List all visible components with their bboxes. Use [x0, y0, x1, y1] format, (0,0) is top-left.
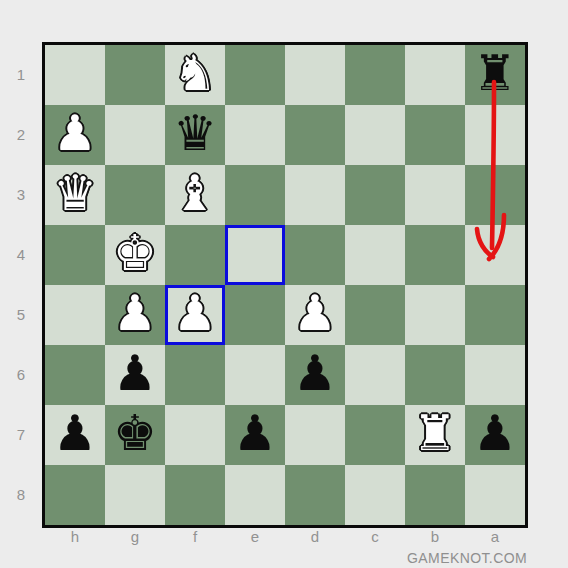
square-e6[interactable] — [225, 345, 285, 405]
file-label-a: a — [465, 528, 525, 546]
black-king: ♚ — [105, 405, 165, 465]
square-b2[interactable] — [405, 105, 465, 165]
square-e5[interactable] — [225, 285, 285, 345]
square-d6[interactable]: ♟ — [285, 345, 345, 405]
square-g5[interactable]: ♟ — [105, 285, 165, 345]
square-f1[interactable]: ♞ — [165, 45, 225, 105]
file-label-e: e — [225, 528, 285, 546]
rank-label-8: 8 — [8, 465, 34, 525]
square-f4[interactable] — [165, 225, 225, 285]
black-rook: ♜ — [465, 45, 525, 105]
square-b7[interactable]: ♜ — [405, 405, 465, 465]
rank-label-1: 1 — [8, 45, 34, 105]
square-e1[interactable] — [225, 45, 285, 105]
square-f5[interactable]: ♟ — [165, 285, 225, 345]
square-b3[interactable] — [405, 165, 465, 225]
file-label-f: f — [165, 528, 225, 546]
square-b4[interactable] — [405, 225, 465, 285]
file-label-d: d — [285, 528, 345, 546]
file-label-h: h — [45, 528, 105, 546]
square-c3[interactable] — [345, 165, 405, 225]
square-a7[interactable]: ♟ — [465, 405, 525, 465]
black-pawn: ♟ — [225, 405, 285, 465]
square-a4[interactable] — [465, 225, 525, 285]
rank-label-2: 2 — [8, 105, 34, 165]
square-e4[interactable] — [225, 225, 285, 285]
square-a1[interactable]: ♜ — [465, 45, 525, 105]
square-e7[interactable]: ♟ — [225, 405, 285, 465]
square-h8[interactable] — [45, 465, 105, 525]
board-grid: ♞♜♟♛♛♝♚♟♟♟♟♟♟♚♟♜♟ — [45, 45, 525, 525]
square-g8[interactable] — [105, 465, 165, 525]
square-f2[interactable]: ♛ — [165, 105, 225, 165]
rank-label-7: 7 — [8, 405, 34, 465]
square-d7[interactable] — [285, 405, 345, 465]
square-d5[interactable]: ♟ — [285, 285, 345, 345]
white-knight: ♞ — [165, 45, 225, 105]
square-d8[interactable] — [285, 465, 345, 525]
square-h1[interactable] — [45, 45, 105, 105]
square-g7[interactable]: ♚ — [105, 405, 165, 465]
square-c5[interactable] — [345, 285, 405, 345]
rank-label-3: 3 — [8, 165, 34, 225]
square-a5[interactable] — [465, 285, 525, 345]
black-pawn: ♟ — [285, 345, 345, 405]
rank-label-4: 4 — [8, 225, 34, 285]
white-pawn: ♟ — [285, 285, 345, 345]
square-g6[interactable]: ♟ — [105, 345, 165, 405]
white-pawn: ♟ — [45, 105, 105, 165]
square-f6[interactable] — [165, 345, 225, 405]
chess-board: ♞♜♟♛♛♝♚♟♟♟♟♟♟♚♟♜♟ — [42, 42, 528, 528]
white-bishop: ♝ — [165, 165, 225, 225]
rank-label-5: 5 — [8, 285, 34, 345]
black-pawn: ♟ — [45, 405, 105, 465]
square-a8[interactable] — [465, 465, 525, 525]
square-b5[interactable] — [405, 285, 465, 345]
white-queen: ♛ — [45, 165, 105, 225]
square-b1[interactable] — [405, 45, 465, 105]
square-g3[interactable] — [105, 165, 165, 225]
square-d2[interactable] — [285, 105, 345, 165]
square-e2[interactable] — [225, 105, 285, 165]
square-h4[interactable] — [45, 225, 105, 285]
white-pawn: ♟ — [105, 285, 165, 345]
black-pawn: ♟ — [465, 405, 525, 465]
square-e3[interactable] — [225, 165, 285, 225]
square-d3[interactable] — [285, 165, 345, 225]
square-c4[interactable] — [345, 225, 405, 285]
file-label-c: c — [345, 528, 405, 546]
square-f3[interactable]: ♝ — [165, 165, 225, 225]
square-g1[interactable] — [105, 45, 165, 105]
square-c1[interactable] — [345, 45, 405, 105]
square-h5[interactable] — [45, 285, 105, 345]
black-queen: ♛ — [165, 105, 225, 165]
square-h2[interactable]: ♟ — [45, 105, 105, 165]
black-pawn: ♟ — [105, 345, 165, 405]
square-g4[interactable]: ♚ — [105, 225, 165, 285]
square-c6[interactable] — [345, 345, 405, 405]
file-label-g: g — [105, 528, 165, 546]
square-g2[interactable] — [105, 105, 165, 165]
file-label-b: b — [405, 528, 465, 546]
square-e8[interactable] — [225, 465, 285, 525]
square-c2[interactable] — [345, 105, 405, 165]
square-a2[interactable] — [465, 105, 525, 165]
chess-app-page: ♞♜♟♛♛♝♚♟♟♟♟♟♟♚♟♜♟ 12345678 hgfedcba GAME… — [0, 0, 568, 568]
rank-label-6: 6 — [8, 345, 34, 405]
square-h3[interactable]: ♛ — [45, 165, 105, 225]
square-a3[interactable] — [465, 165, 525, 225]
square-b8[interactable] — [405, 465, 465, 525]
site-credit-text: GAMEKNOT.COM — [407, 550, 527, 566]
square-h7[interactable]: ♟ — [45, 405, 105, 465]
square-d1[interactable] — [285, 45, 345, 105]
square-f8[interactable] — [165, 465, 225, 525]
square-f7[interactable] — [165, 405, 225, 465]
square-c7[interactable] — [345, 405, 405, 465]
square-a6[interactable] — [465, 345, 525, 405]
white-rook: ♜ — [405, 405, 465, 465]
white-king: ♚ — [105, 225, 165, 285]
white-pawn: ♟ — [165, 285, 225, 345]
square-h6[interactable] — [45, 345, 105, 405]
square-b6[interactable] — [405, 345, 465, 405]
square-c8[interactable] — [345, 465, 405, 525]
square-d4[interactable] — [285, 225, 345, 285]
